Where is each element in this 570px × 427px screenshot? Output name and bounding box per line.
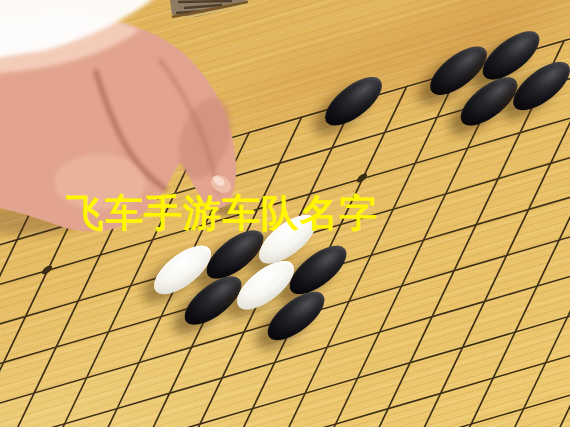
go-photo: 飞车手游车队名字 bbox=[0, 0, 570, 427]
overlay-title: 飞车手游车队名字 bbox=[66, 193, 378, 235]
